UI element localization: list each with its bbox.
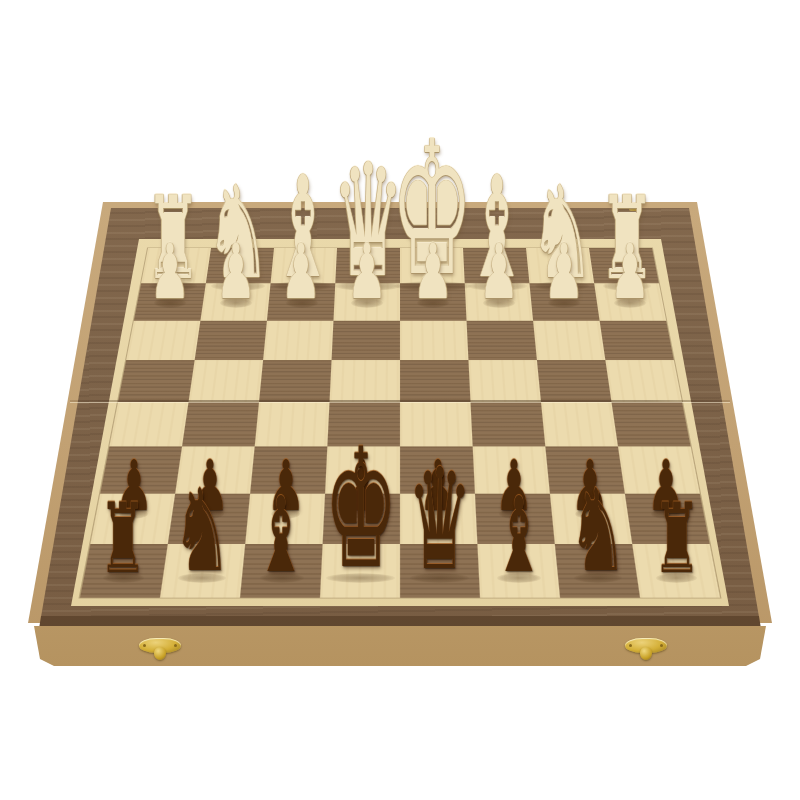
square-r3c6[interactable] (467, 321, 537, 360)
square-r4c4[interactable] (330, 360, 400, 402)
square-r5c2[interactable] (182, 402, 259, 446)
piece-white-pawn[interactable]: ♟ (347, 234, 388, 310)
piece-dark-knight[interactable]: ♞ (173, 474, 232, 588)
square-r4c2[interactable] (189, 360, 264, 402)
square-r4c6[interactable] (468, 360, 541, 402)
square-r3c8[interactable] (600, 321, 674, 360)
square-r5c3[interactable] (255, 402, 330, 446)
piece-white-pawn[interactable]: ♟ (281, 234, 322, 310)
square-r4c8[interactable] (605, 360, 682, 402)
piece-white-pawn[interactable]: ♟ (544, 234, 585, 310)
piece-dark-king[interactable]: ♚ (324, 427, 398, 592)
brass-clasp-left[interactable] (139, 638, 181, 653)
square-r3c3[interactable] (263, 321, 333, 360)
fold-seam-highlight (70, 402, 730, 403)
square-r5c1[interactable] (109, 402, 188, 446)
clasp-screw-icon (629, 644, 632, 647)
square-r4c1[interactable] (118, 360, 195, 402)
square-r3c7[interactable] (533, 321, 605, 360)
piece-white-pawn[interactable]: ♟ (478, 234, 519, 310)
piece-dark-queen[interactable]: ♛ (407, 450, 472, 590)
clasp-screw-icon (660, 644, 663, 647)
square-r4c5[interactable] (400, 360, 470, 402)
clasp-screw-icon (174, 644, 177, 647)
brass-clasp-right[interactable] (625, 638, 667, 653)
chess-set-photo: ♜♞♝♛♚♝♞♜♟♟♟♟♟♟♟♟♟♟♟♟♟♟♟♟♜♞♝♚♛♝♞♜ (0, 0, 800, 800)
square-r5c7[interactable] (541, 402, 618, 446)
square-r3c2[interactable] (195, 321, 267, 360)
piece-dark-knight[interactable]: ♞ (568, 474, 627, 588)
piece-dark-rook[interactable]: ♜ (653, 490, 701, 587)
square-r3c1[interactable] (126, 321, 200, 360)
square-r5c6[interactable] (470, 402, 545, 446)
square-r5c8[interactable] (611, 402, 690, 446)
square-r4c7[interactable] (537, 360, 612, 402)
piece-white-pawn[interactable]: ♟ (412, 234, 453, 310)
piece-dark-rook[interactable]: ♜ (99, 490, 147, 587)
clasp-knob-icon (154, 647, 166, 660)
square-r4c3[interactable] (259, 360, 332, 402)
square-r3c5[interactable] (400, 321, 468, 360)
piece-white-pawn[interactable]: ♟ (215, 234, 256, 310)
clasp-knob-icon (640, 647, 652, 660)
piece-dark-bishop[interactable]: ♝ (256, 483, 307, 587)
piece-white-pawn[interactable]: ♟ (150, 234, 191, 310)
square-r3c4[interactable] (332, 321, 400, 360)
piece-white-pawn[interactable]: ♟ (610, 234, 651, 310)
clasp-screw-icon (143, 644, 146, 647)
piece-dark-bishop[interactable]: ♝ (493, 483, 544, 587)
